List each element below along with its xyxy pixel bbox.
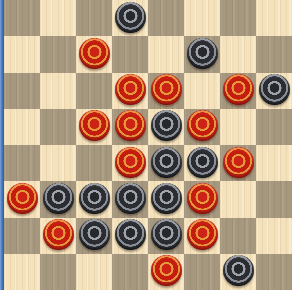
square-r6-c0[interactable] (4, 218, 40, 254)
square-r5-c6[interactable] (220, 181, 256, 217)
square-r6-c5[interactable] (184, 218, 220, 254)
square-r1-c1[interactable] (40, 36, 76, 72)
black-man-piece[interactable] (223, 255, 254, 286)
black-man-piece[interactable] (115, 183, 146, 214)
square-r0-c6[interactable] (220, 0, 256, 36)
square-r6-c6[interactable] (220, 218, 256, 254)
square-r4-c2[interactable] (76, 145, 112, 181)
black-man-piece[interactable] (187, 38, 218, 69)
black-man-piece[interactable] (115, 219, 146, 250)
square-r3-c3[interactable] (112, 109, 148, 145)
square-r4-c7[interactable] (256, 145, 292, 181)
square-r5-c1[interactable] (40, 181, 76, 217)
black-man-piece[interactable] (151, 147, 182, 178)
black-man-piece[interactable] (187, 147, 218, 178)
square-r4-c1[interactable] (40, 145, 76, 181)
square-r7-c7[interactable] (256, 254, 292, 290)
square-r3-c6[interactable] (220, 109, 256, 145)
square-r2-c7[interactable] (256, 73, 292, 109)
red-man-piece[interactable] (115, 147, 146, 178)
square-r5-c4[interactable] (148, 181, 184, 217)
red-man-piece[interactable] (115, 110, 146, 141)
square-r4-c5[interactable] (184, 145, 220, 181)
square-r2-c4[interactable] (148, 73, 184, 109)
square-r1-c6[interactable] (220, 36, 256, 72)
red-man-piece[interactable] (151, 255, 182, 286)
square-r1-c5[interactable] (184, 36, 220, 72)
square-r4-c0[interactable] (4, 145, 40, 181)
square-r3-c7[interactable] (256, 109, 292, 145)
square-r5-c3[interactable] (112, 181, 148, 217)
checkers-board (4, 0, 292, 290)
red-man-piece[interactable] (43, 219, 74, 250)
square-r5-c2[interactable] (76, 181, 112, 217)
square-r2-c0[interactable] (4, 73, 40, 109)
square-r5-c0[interactable] (4, 181, 40, 217)
checkers-game-window (0, 0, 292, 290)
square-r5-c7[interactable] (256, 181, 292, 217)
square-r2-c2[interactable] (76, 73, 112, 109)
red-man-piece[interactable] (187, 183, 218, 214)
square-r0-c1[interactable] (40, 0, 76, 36)
square-r4-c3[interactable] (112, 145, 148, 181)
red-man-piece[interactable] (187, 110, 218, 141)
square-r1-c2[interactable] (76, 36, 112, 72)
square-r1-c0[interactable] (4, 36, 40, 72)
square-r1-c4[interactable] (148, 36, 184, 72)
square-r3-c0[interactable] (4, 109, 40, 145)
square-r0-c2[interactable] (76, 0, 112, 36)
red-man-piece[interactable] (151, 74, 182, 105)
square-r7-c6[interactable] (220, 254, 256, 290)
square-r5-c5[interactable] (184, 181, 220, 217)
black-man-piece[interactable] (151, 183, 182, 214)
square-r7-c0[interactable] (4, 254, 40, 290)
square-r4-c6[interactable] (220, 145, 256, 181)
square-r0-c7[interactable] (256, 0, 292, 36)
square-r0-c3[interactable] (112, 0, 148, 36)
square-r2-c1[interactable] (40, 73, 76, 109)
square-r6-c3[interactable] (112, 218, 148, 254)
red-man-piece[interactable] (115, 74, 146, 105)
square-r0-c5[interactable] (184, 0, 220, 36)
black-man-piece[interactable] (259, 74, 290, 105)
square-r2-c6[interactable] (220, 73, 256, 109)
black-man-piece[interactable] (79, 219, 110, 250)
square-r6-c2[interactable] (76, 218, 112, 254)
black-man-piece[interactable] (43, 183, 74, 214)
square-r3-c4[interactable] (148, 109, 184, 145)
square-r7-c4[interactable] (148, 254, 184, 290)
square-r0-c0[interactable] (4, 0, 40, 36)
square-r3-c1[interactable] (40, 109, 76, 145)
red-man-piece[interactable] (187, 219, 218, 250)
square-r7-c2[interactable] (76, 254, 112, 290)
square-r3-c2[interactable] (76, 109, 112, 145)
square-r2-c5[interactable] (184, 73, 220, 109)
square-r7-c5[interactable] (184, 254, 220, 290)
square-r7-c3[interactable] (112, 254, 148, 290)
square-r6-c7[interactable] (256, 218, 292, 254)
red-man-piece[interactable] (79, 38, 110, 69)
square-r7-c1[interactable] (40, 254, 76, 290)
black-man-piece[interactable] (151, 110, 182, 141)
square-r1-c3[interactable] (112, 36, 148, 72)
red-man-piece[interactable] (79, 110, 110, 141)
black-man-piece[interactable] (79, 183, 110, 214)
square-r2-c3[interactable] (112, 73, 148, 109)
square-r4-c4[interactable] (148, 145, 184, 181)
square-r3-c5[interactable] (184, 109, 220, 145)
square-r0-c4[interactable] (148, 0, 184, 36)
square-r6-c1[interactable] (40, 218, 76, 254)
black-man-piece[interactable] (115, 2, 146, 33)
red-man-piece[interactable] (7, 183, 38, 214)
square-r1-c7[interactable] (256, 36, 292, 72)
red-man-piece[interactable] (223, 74, 254, 105)
black-man-piece[interactable] (151, 219, 182, 250)
red-man-piece[interactable] (223, 147, 254, 178)
square-r6-c4[interactable] (148, 218, 184, 254)
